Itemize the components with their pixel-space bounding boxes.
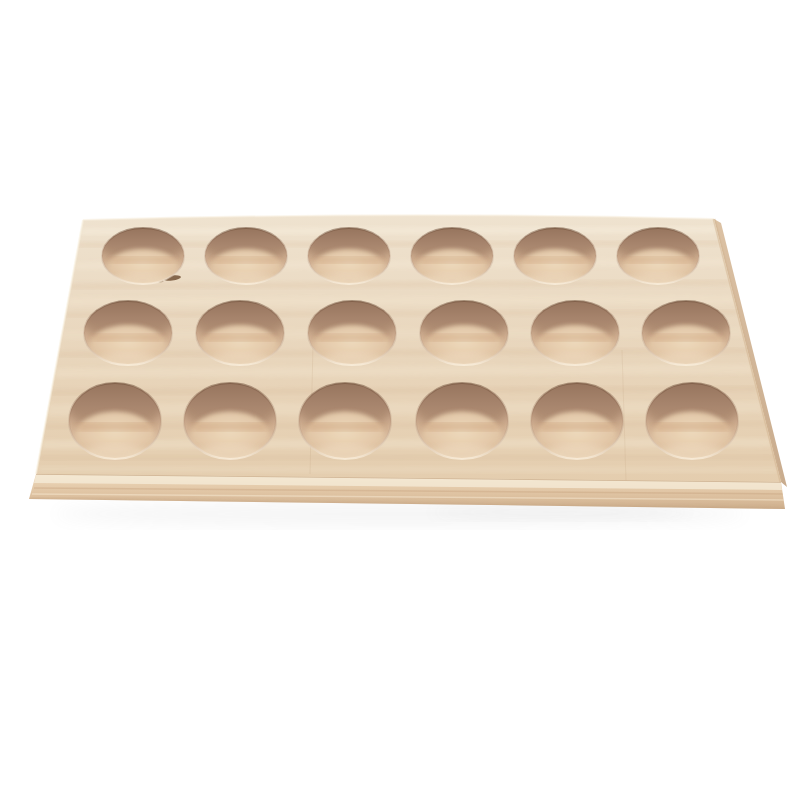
product-photo-stage bbox=[0, 0, 800, 800]
board-svg bbox=[0, 0, 800, 800]
